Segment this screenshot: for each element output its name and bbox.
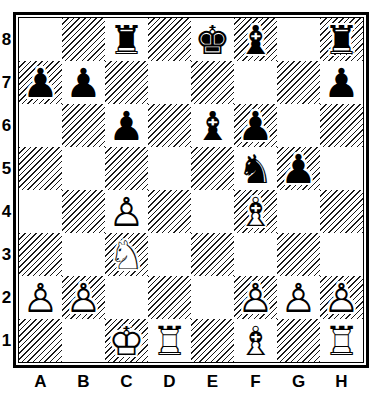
rank-labels: 87654321	[0, 12, 13, 394]
rank-label-1: 1	[2, 319, 11, 362]
piece-white-pawn-b2[interactable]: ♟♙	[62, 276, 105, 319]
white-knight-glyph: ♘	[105, 233, 148, 276]
square-c3[interactable]: ♞♘	[105, 233, 148, 276]
square-g6[interactable]	[277, 104, 320, 147]
white-pawn-glyph: ♙	[105, 190, 148, 233]
square-b2[interactable]: ♟♙	[62, 276, 105, 319]
square-c1[interactable]: ♚♔	[105, 319, 148, 362]
square-c5[interactable]	[105, 147, 148, 190]
square-e5[interactable]	[191, 147, 234, 190]
square-d4[interactable]	[148, 190, 191, 233]
square-f8[interactable]: ♝♝	[234, 18, 277, 61]
black-bishop-glyph: ♝	[191, 104, 234, 147]
white-pawn-glyph: ♙	[62, 276, 105, 319]
chess-board: ♜♜♚♚♝♝♜♜♟♟♟♟♟♟♟♟♝♝♟♟♞♞♟♟♟♙♝♗♞♘♟♙♟♙♟♙♟♙♟♙…	[18, 17, 364, 363]
piece-white-king-c1[interactable]: ♚♔	[105, 319, 148, 362]
piece-white-knight-c3[interactable]: ♞♘	[105, 233, 148, 276]
piece-white-pawn-f2[interactable]: ♟♙	[234, 276, 277, 319]
square-e3[interactable]	[191, 233, 234, 276]
square-e2[interactable]	[191, 276, 234, 319]
square-h7[interactable]: ♟♟	[320, 61, 363, 104]
square-b7[interactable]: ♟♟	[62, 61, 105, 104]
square-b6[interactable]	[62, 104, 105, 147]
black-king-glyph: ♚	[191, 18, 234, 61]
square-e7[interactable]	[191, 61, 234, 104]
square-b8[interactable]	[62, 18, 105, 61]
file-label-E: E	[191, 373, 234, 390]
rank-label-7: 7	[2, 61, 11, 104]
square-d6[interactable]	[148, 104, 191, 147]
black-rook-glyph: ♜	[105, 18, 148, 61]
square-a1[interactable]	[19, 319, 62, 362]
piece-black-pawn-c6[interactable]: ♟♟	[105, 104, 148, 147]
white-pawn-glyph: ♙	[234, 276, 277, 319]
file-label-G: G	[277, 373, 320, 390]
square-f2[interactable]: ♟♙	[234, 276, 277, 319]
file-label-H: H	[320, 373, 363, 390]
square-d7[interactable]	[148, 61, 191, 104]
rank-label-2: 2	[2, 276, 11, 319]
piece-white-rook-d1[interactable]: ♜♖	[148, 319, 191, 362]
white-pawn-glyph: ♙	[277, 276, 320, 319]
black-rook-glyph: ♜	[320, 18, 363, 61]
white-king-glyph: ♔	[105, 319, 148, 362]
black-pawn-glyph: ♟	[62, 61, 105, 104]
square-h5[interactable]	[320, 147, 363, 190]
square-f6[interactable]: ♟♟	[234, 104, 277, 147]
square-d3[interactable]	[148, 233, 191, 276]
square-d1[interactable]: ♜♖	[148, 319, 191, 362]
file-label-D: D	[148, 373, 191, 390]
board-column: ♜♜♚♚♝♝♜♜♟♟♟♟♟♟♟♟♝♝♟♟♞♞♟♟♟♙♝♗♞♘♟♙♟♙♟♙♟♙♟♙…	[13, 12, 369, 394]
square-a6[interactable]	[19, 104, 62, 147]
square-c7[interactable]	[105, 61, 148, 104]
white-pawn-glyph: ♙	[19, 276, 62, 319]
chess-diagram: 87654321 ♜♜♚♚♝♝♜♜♟♟♟♟♟♟♟♟♝♝♟♟♞♞♟♟♟♙♝♗♞♘♟…	[0, 0, 387, 394]
piece-black-pawn-h7[interactable]: ♟♟	[320, 61, 363, 104]
square-e1[interactable]	[191, 319, 234, 362]
white-pawn-glyph: ♙	[320, 276, 363, 319]
square-g8[interactable]	[277, 18, 320, 61]
square-b5[interactable]	[62, 147, 105, 190]
black-knight-glyph: ♞	[234, 147, 277, 190]
white-bishop-glyph: ♗	[234, 319, 277, 362]
piece-black-bishop-e6[interactable]: ♝♝	[191, 104, 234, 147]
square-f7[interactable]	[234, 61, 277, 104]
chess-board-border: ♜♜♚♚♝♝♜♜♟♟♟♟♟♟♟♟♝♝♟♟♞♞♟♟♟♙♝♗♞♘♟♙♟♙♟♙♟♙♟♙…	[13, 12, 369, 368]
piece-white-pawn-a2[interactable]: ♟♙	[19, 276, 62, 319]
square-g4[interactable]	[277, 190, 320, 233]
piece-black-rook-h8[interactable]: ♜♜	[320, 18, 363, 61]
rank-label-4: 4	[2, 190, 11, 233]
square-g7[interactable]	[277, 61, 320, 104]
square-e8[interactable]: ♚♚	[191, 18, 234, 61]
square-g5[interactable]: ♟♟	[277, 147, 320, 190]
square-h2[interactable]: ♟♙	[320, 276, 363, 319]
square-d5[interactable]	[148, 147, 191, 190]
white-rook-glyph: ♖	[148, 319, 191, 362]
file-label-B: B	[62, 373, 105, 390]
piece-black-king-e8[interactable]: ♚♚	[191, 18, 234, 61]
piece-black-knight-f5[interactable]: ♞♞	[234, 147, 277, 190]
square-h8[interactable]: ♜♜	[320, 18, 363, 61]
file-label-A: A	[19, 373, 62, 390]
square-d2[interactable]	[148, 276, 191, 319]
square-a4[interactable]	[19, 190, 62, 233]
square-h4[interactable]	[320, 190, 363, 233]
square-f1[interactable]: ♝♗	[234, 319, 277, 362]
square-a2[interactable]: ♟♙	[19, 276, 62, 319]
board-row: 87654321 ♜♜♚♚♝♝♜♜♟♟♟♟♟♟♟♟♝♝♟♟♞♞♟♟♟♙♝♗♞♘♟…	[0, 0, 387, 394]
black-pawn-glyph: ♟	[320, 61, 363, 104]
white-bishop-glyph: ♗	[234, 190, 277, 233]
file-label-C: C	[105, 373, 148, 390]
file-label-F: F	[234, 373, 277, 390]
square-b3[interactable]	[62, 233, 105, 276]
square-h6[interactable]	[320, 104, 363, 147]
piece-white-pawn-g2[interactable]: ♟♙	[277, 276, 320, 319]
piece-black-rook-c8[interactable]: ♜♜	[105, 18, 148, 61]
rank-label-3: 3	[2, 233, 11, 276]
rank-label-6: 6	[2, 104, 11, 147]
square-b1[interactable]	[62, 319, 105, 362]
square-g3[interactable]	[277, 233, 320, 276]
piece-black-pawn-a7[interactable]: ♟♟	[19, 61, 62, 104]
square-e4[interactable]	[191, 190, 234, 233]
piece-white-bishop-f1[interactable]: ♝♗	[234, 319, 277, 362]
square-g2[interactable]: ♟♙	[277, 276, 320, 319]
square-c6[interactable]: ♟♟	[105, 104, 148, 147]
square-a8[interactable]	[19, 18, 62, 61]
black-pawn-glyph: ♟	[19, 61, 62, 104]
square-f3[interactable]	[234, 233, 277, 276]
square-a7[interactable]: ♟♟	[19, 61, 62, 104]
black-pawn-glyph: ♟	[105, 104, 148, 147]
black-pawn-glyph: ♟	[234, 104, 277, 147]
piece-white-pawn-h2[interactable]: ♟♙	[320, 276, 363, 319]
file-labels: ABCDEFGH	[13, 368, 369, 394]
square-e6[interactable]: ♝♝	[191, 104, 234, 147]
square-a3[interactable]	[19, 233, 62, 276]
square-c2[interactable]	[105, 276, 148, 319]
square-h3[interactable]	[320, 233, 363, 276]
piece-black-pawn-f6[interactable]: ♟♟	[234, 104, 277, 147]
piece-white-bishop-f4[interactable]: ♝♗	[234, 190, 277, 233]
square-h1[interactable]: ♜♖	[320, 319, 363, 362]
square-g1[interactable]	[277, 319, 320, 362]
square-d8[interactable]	[148, 18, 191, 61]
piece-black-pawn-b7[interactable]: ♟♟	[62, 61, 105, 104]
piece-black-pawn-g5[interactable]: ♟♟	[277, 147, 320, 190]
piece-white-rook-h1[interactable]: ♜♖	[320, 319, 363, 362]
board-grid: ♜♜♚♚♝♝♜♜♟♟♟♟♟♟♟♟♝♝♟♟♞♞♟♟♟♙♝♗♞♘♟♙♟♙♟♙♟♙♟♙…	[19, 18, 363, 362]
square-b4[interactable]	[62, 190, 105, 233]
square-f4[interactable]: ♝♗	[234, 190, 277, 233]
rank-label-5: 5	[2, 147, 11, 190]
piece-white-pawn-c4[interactable]: ♟♙	[105, 190, 148, 233]
square-f5[interactable]: ♞♞	[234, 147, 277, 190]
square-c4[interactable]: ♟♙	[105, 190, 148, 233]
white-rook-glyph: ♖	[320, 319, 363, 362]
square-a5[interactable]	[19, 147, 62, 190]
black-pawn-glyph: ♟	[277, 147, 320, 190]
piece-black-bishop-f8[interactable]: ♝♝	[234, 18, 277, 61]
square-c8[interactable]: ♜♜	[105, 18, 148, 61]
black-bishop-glyph: ♝	[234, 18, 277, 61]
rank-label-8: 8	[2, 18, 11, 61]
